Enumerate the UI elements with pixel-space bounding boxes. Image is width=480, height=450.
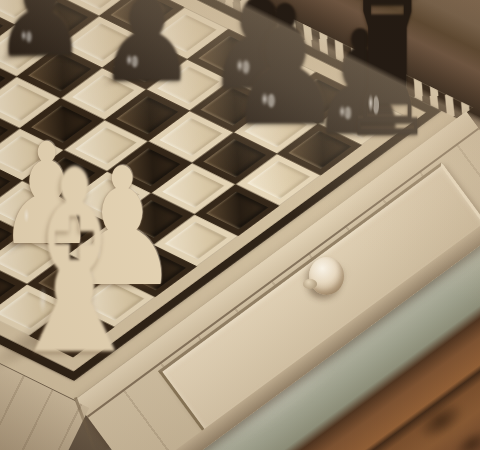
black-pawn[interactable]: ♟	[226, 0, 305, 149]
black-pawn[interactable]: ♟	[96, 0, 163, 102]
black-rook[interactable]: ♜	[340, 0, 404, 167]
white-bishop[interactable]: ♝	[0, 137, 101, 390]
black-pawn[interactable]: ♟	[0, 0, 56, 75]
chess-photo-scene: ♟ ♟ ♟ ♟ ♟ ♜ ♟ ♟ ♝	[0, 0, 480, 450]
drawer-knob[interactable]	[309, 257, 344, 295]
